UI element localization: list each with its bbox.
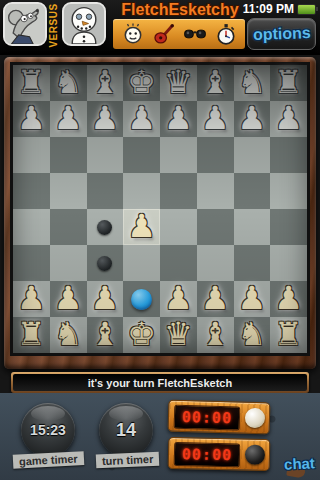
turn-status-inner: it's your turn FletchEsketch <box>13 374 307 391</box>
square-d5[interactable] <box>160 209 197 245</box>
game-timer-label: game timer <box>13 451 84 469</box>
piece-white-knight-b1[interactable]: ♞ <box>238 66 267 98</box>
piece-black-pawn-b7[interactable]: ♟ <box>238 282 267 314</box>
game-title: FletchEsketchy <box>110 1 250 19</box>
piece-white-knight-g1[interactable]: ♞ <box>54 66 83 98</box>
square-e6[interactable] <box>123 245 160 281</box>
board-wood-frame: ♜♞♝♚♛♝♞♜♟♟♟♟♟♟♟♟♟♟♟♟♟♟♟♟♜♞♝♚♛♝♞♜ <box>4 57 316 369</box>
square-d2[interactable]: ♟ <box>160 101 197 137</box>
piece-white-bishop-f1[interactable]: ♝ <box>91 66 120 98</box>
square-e2[interactable]: ♟ <box>123 101 160 137</box>
board-inner: ♜♞♝♚♛♝♞♜♟♟♟♟♟♟♟♟♟♟♟♟♟♟♟♟♜♞♝♚♛♝♞♜ <box>10 62 310 356</box>
white-clock-lcd: 00:00 <box>174 405 241 431</box>
black-clock-value: 00:00 <box>182 445 233 464</box>
options-button[interactable]: options <box>247 18 316 50</box>
square-d6[interactable] <box>160 245 197 281</box>
chess-app-screen: VERSUS FletchEsketchy <box>0 0 320 480</box>
square-e8[interactable]: ♚ <box>123 317 160 353</box>
square-g4[interactable] <box>50 173 87 209</box>
top-bar: VERSUS FletchEsketchy <box>0 0 320 55</box>
square-c5[interactable] <box>197 209 234 245</box>
square-h5[interactable] <box>13 209 50 245</box>
square-h2[interactable]: ♟ <box>13 101 50 137</box>
piece-black-knight-g8[interactable]: ♞ <box>54 318 83 350</box>
doodle-goggles-icon <box>184 23 206 45</box>
square-b7[interactable]: ♟ <box>234 281 271 317</box>
piece-black-bishop-c8[interactable]: ♝ <box>201 318 230 350</box>
selected-origin-dot-e7[interactable] <box>131 289 152 310</box>
square-a6[interactable] <box>270 245 307 281</box>
square-b5[interactable] <box>234 209 271 245</box>
white-clock-button-icon <box>245 408 266 429</box>
square-b8[interactable]: ♞ <box>234 317 271 353</box>
piece-black-pawn-c7[interactable]: ♟ <box>201 282 230 314</box>
doodle-animal-avatar-icon <box>5 4 45 44</box>
move-dot-f6[interactable] <box>97 256 112 271</box>
player1-avatar <box>3 2 47 46</box>
square-e3[interactable] <box>123 137 160 173</box>
footer-panel: 15:23 game timer 14 turn timer 00:00 00:… <box>0 393 320 480</box>
square-a1[interactable]: ♜ <box>270 65 307 101</box>
square-h6[interactable] <box>13 245 50 281</box>
piece-black-pawn-f7[interactable]: ♟ <box>91 282 120 314</box>
square-b4[interactable] <box>234 173 271 209</box>
piece-white-pawn-f2[interactable]: ♟ <box>91 102 120 134</box>
square-e7[interactable] <box>123 281 160 317</box>
square-g1[interactable]: ♞ <box>50 65 87 101</box>
turn-timer-label: turn timer <box>96 452 160 469</box>
piece-white-bishop-c1[interactable]: ♝ <box>201 66 230 98</box>
square-a3[interactable] <box>270 137 307 173</box>
square-f3[interactable] <box>87 137 124 173</box>
game-timer-knob: 15:23 <box>21 403 75 457</box>
piece-black-pawn-d7[interactable]: ♟ <box>164 282 193 314</box>
square-d1[interactable]: ♛ <box>160 65 197 101</box>
square-h8[interactable]: ♜ <box>13 317 50 353</box>
square-e5[interactable]: ♟ <box>123 209 160 245</box>
turn-status-message: it's your turn FletchEsketch <box>88 377 232 389</box>
square-g8[interactable]: ♞ <box>50 317 87 353</box>
chat-button[interactable]: chat <box>279 448 319 478</box>
black-clock-button-icon <box>245 445 265 465</box>
square-d3[interactable] <box>160 137 197 173</box>
turn-timer-knob: 14 <box>99 403 153 457</box>
square-c4[interactable] <box>197 173 234 209</box>
square-b3[interactable] <box>234 137 271 173</box>
chess-board: ♜♞♝♚♛♝♞♜♟♟♟♟♟♟♟♟♟♟♟♟♟♟♟♟♜♞♝♚♛♝♞♜ <box>13 65 307 353</box>
chat-button-label: chat <box>283 454 315 473</box>
piece-white-rook-a1[interactable]: ♜ <box>274 66 303 98</box>
piece-white-king-e1[interactable]: ♚ <box>127 66 156 98</box>
piece-white-pawn-g2[interactable]: ♟ <box>54 102 83 134</box>
piece-black-bishop-f8[interactable]: ♝ <box>91 318 120 350</box>
square-c3[interactable] <box>197 137 234 173</box>
piece-white-pawn-c2[interactable]: ♟ <box>201 102 230 134</box>
square-h7[interactable]: ♟ <box>13 281 50 317</box>
piece-black-rook-a8[interactable]: ♜ <box>274 318 303 350</box>
square-g6[interactable] <box>50 245 87 281</box>
piece-white-pawn-h2[interactable]: ♟ <box>17 102 46 134</box>
piece-black-queen-d8[interactable]: ♛ <box>164 318 193 350</box>
turn-timer-value: 14 <box>116 420 136 441</box>
square-b6[interactable] <box>234 245 271 281</box>
square-c7[interactable]: ♟ <box>197 281 234 317</box>
black-clock-lcd: 00:00 <box>174 442 240 467</box>
square-a5[interactable] <box>270 209 307 245</box>
square-h3[interactable] <box>13 137 50 173</box>
square-g3[interactable] <box>50 137 87 173</box>
square-h1[interactable]: ♜ <box>13 65 50 101</box>
versus-label: VERSUS <box>48 3 59 47</box>
square-f6[interactable] <box>87 245 124 281</box>
turn-status-bar: it's your turn FletchEsketch <box>11 372 309 393</box>
piece-white-pawn-a2[interactable]: ♟ <box>274 102 303 134</box>
white-chess-clock: 00:00 <box>168 400 271 435</box>
piece-black-pawn-e5[interactable]: ♟ <box>127 210 156 242</box>
square-d7[interactable]: ♟ <box>160 281 197 317</box>
system-clock: 11:09 PM <box>243 2 294 16</box>
square-f7[interactable]: ♟ <box>87 281 124 317</box>
square-b2[interactable]: ♟ <box>234 101 271 137</box>
piece-white-pawn-e2[interactable]: ♟ <box>127 102 156 134</box>
player2-avatar <box>62 2 106 46</box>
square-e4[interactable] <box>123 173 160 209</box>
square-g7[interactable]: ♟ <box>50 281 87 317</box>
doodle-snowman-avatar-icon <box>64 4 104 44</box>
square-c6[interactable] <box>197 245 234 281</box>
square-f4[interactable] <box>87 173 124 209</box>
square-d4[interactable] <box>160 173 197 209</box>
doodle-guitar-icon <box>153 23 175 45</box>
square-f5[interactable] <box>87 209 124 245</box>
square-a7[interactable]: ♟ <box>270 281 307 317</box>
piece-white-queen-d1[interactable]: ♛ <box>164 66 193 98</box>
square-f2[interactable]: ♟ <box>87 101 124 137</box>
square-f8[interactable]: ♝ <box>87 317 124 353</box>
square-c8[interactable]: ♝ <box>197 317 234 353</box>
square-g5[interactable] <box>50 209 87 245</box>
square-f1[interactable]: ♝ <box>87 65 124 101</box>
versus-label-wrap: VERSUS <box>45 1 61 49</box>
piece-black-rook-h8[interactable]: ♜ <box>17 318 46 350</box>
square-a4[interactable] <box>270 173 307 209</box>
square-a8[interactable]: ♜ <box>270 317 307 353</box>
options-button-label: options <box>252 24 310 44</box>
square-h4[interactable] <box>13 173 50 209</box>
black-chess-clock: 00:00 <box>168 437 271 471</box>
white-clock-value: 00:00 <box>182 408 233 427</box>
status-clock-area: 11:09 PM <box>243 2 316 16</box>
square-a2[interactable]: ♟ <box>270 101 307 137</box>
title-plank <box>113 19 245 49</box>
piece-black-knight-b8[interactable]: ♞ <box>238 318 267 350</box>
move-dot-f5[interactable] <box>97 220 112 235</box>
doodle-face-icon <box>122 23 144 45</box>
piece-white-rook-h1[interactable]: ♜ <box>17 66 46 98</box>
piece-black-king-e8[interactable]: ♚ <box>127 318 156 350</box>
square-b1[interactable]: ♞ <box>234 65 271 101</box>
square-c2[interactable]: ♟ <box>197 101 234 137</box>
piece-black-pawn-a7[interactable]: ♟ <box>274 282 303 314</box>
doodle-stopwatch-icon <box>215 23 237 45</box>
square-d8[interactable]: ♛ <box>160 317 197 353</box>
board-section: ♜♞♝♚♛♝♞♜♟♟♟♟♟♟♟♟♟♟♟♟♟♟♟♟♜♞♝♚♛♝♞♜ <box>0 55 320 393</box>
piece-white-pawn-d2[interactable]: ♟ <box>164 102 193 134</box>
square-e1[interactable]: ♚ <box>123 65 160 101</box>
square-g2[interactable]: ♟ <box>50 101 87 137</box>
piece-black-pawn-g7[interactable]: ♟ <box>54 282 83 314</box>
square-c1[interactable]: ♝ <box>197 65 234 101</box>
game-timer-value: 15:23 <box>30 422 66 438</box>
piece-black-pawn-h7[interactable]: ♟ <box>17 282 46 314</box>
piece-white-pawn-b2[interactable]: ♟ <box>238 102 267 134</box>
battery-icon <box>297 4 316 15</box>
